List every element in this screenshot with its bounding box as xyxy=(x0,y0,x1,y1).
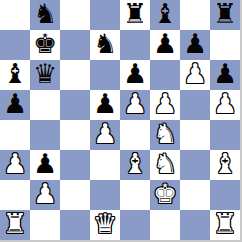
square-e1[interactable] xyxy=(120,210,150,240)
square-f7[interactable]: ♟ xyxy=(150,30,180,60)
white-rook-h1[interactable]: ♜ xyxy=(213,210,237,239)
square-f5[interactable]: ♟ xyxy=(150,90,180,120)
square-b3[interactable]: ♟ xyxy=(30,150,60,180)
square-h3[interactable]: ♝ xyxy=(210,150,240,180)
square-f8[interactable]: ♝ xyxy=(150,0,180,30)
square-f3[interactable]: ♞ xyxy=(150,150,180,180)
square-g1[interactable] xyxy=(180,210,210,240)
square-c6[interactable] xyxy=(60,60,90,90)
square-a5[interactable]: ♟ xyxy=(0,90,30,120)
square-d4[interactable]: ♟ xyxy=(90,120,120,150)
square-g2[interactable] xyxy=(180,180,210,210)
square-g5[interactable] xyxy=(180,90,210,120)
white-pawn-d4[interactable]: ♟ xyxy=(93,120,117,149)
square-h2[interactable] xyxy=(210,180,240,210)
white-queen-d1[interactable]: ♛ xyxy=(93,210,117,239)
square-h1[interactable]: ♜ xyxy=(210,210,240,240)
white-bishop-e3[interactable]: ♝ xyxy=(123,150,147,179)
square-a7[interactable] xyxy=(0,30,30,60)
white-pawn-f5[interactable]: ♟ xyxy=(153,90,177,119)
black-pawn-e6[interactable]: ♟ xyxy=(123,60,147,89)
white-king-f2[interactable]: ♚ xyxy=(153,180,177,209)
square-d8[interactable] xyxy=(90,0,120,30)
black-pawn-d5[interactable]: ♟ xyxy=(93,90,117,119)
square-b8[interactable]: ♞ xyxy=(30,0,60,30)
white-pawn-e5[interactable]: ♟ xyxy=(123,90,147,119)
black-knight-b8[interactable]: ♞ xyxy=(33,0,57,29)
square-a2[interactable] xyxy=(0,180,30,210)
square-b5[interactable] xyxy=(30,90,60,120)
square-f4[interactable]: ♞ xyxy=(150,120,180,150)
square-g4[interactable] xyxy=(180,120,210,150)
black-rook-h8[interactable]: ♜ xyxy=(213,0,237,29)
square-h8[interactable]: ♜ xyxy=(210,0,240,30)
black-pawn-f7[interactable]: ♟ xyxy=(153,30,177,59)
square-b6[interactable]: ♛ xyxy=(30,60,60,90)
square-b2[interactable]: ♟ xyxy=(30,180,60,210)
square-g7[interactable]: ♟ xyxy=(180,30,210,60)
chess-board: ♞♜♝♜♚♞♟♟♝♛♟♟♟♟♟♟♟♟♟♞♟♟♝♞♝♟♚♜♛♜ xyxy=(0,0,240,240)
square-a1[interactable]: ♜ xyxy=(0,210,30,240)
black-knight-d7[interactable]: ♞ xyxy=(93,30,117,59)
white-pawn-g6[interactable]: ♟ xyxy=(183,60,207,89)
white-rook-a1[interactable]: ♜ xyxy=(3,210,27,239)
white-bishop-h3[interactable]: ♝ xyxy=(213,150,237,179)
square-c2[interactable] xyxy=(60,180,90,210)
square-e5[interactable]: ♟ xyxy=(120,90,150,120)
square-a8[interactable] xyxy=(0,0,30,30)
white-pawn-h5[interactable]: ♟ xyxy=(213,90,237,119)
square-d5[interactable]: ♟ xyxy=(90,90,120,120)
square-e8[interactable]: ♜ xyxy=(120,0,150,30)
square-e7[interactable] xyxy=(120,30,150,60)
white-pawn-a3[interactable]: ♟ xyxy=(3,150,27,179)
white-knight-f4[interactable]: ♞ xyxy=(153,120,177,149)
black-pawn-b3[interactable]: ♟ xyxy=(33,150,57,179)
square-d7[interactable]: ♞ xyxy=(90,30,120,60)
black-rook-e8[interactable]: ♜ xyxy=(123,0,147,29)
square-a6[interactable]: ♝ xyxy=(0,60,30,90)
square-g3[interactable] xyxy=(180,150,210,180)
square-b7[interactable]: ♚ xyxy=(30,30,60,60)
square-e4[interactable] xyxy=(120,120,150,150)
black-bishop-f8[interactable]: ♝ xyxy=(153,0,177,29)
black-bishop-a6[interactable]: ♝ xyxy=(3,60,27,89)
square-h4[interactable] xyxy=(210,120,240,150)
square-d3[interactable] xyxy=(90,150,120,180)
black-pawn-h6[interactable]: ♟ xyxy=(213,60,237,89)
black-pawn-g7[interactable]: ♟ xyxy=(183,30,207,59)
white-knight-f3[interactable]: ♞ xyxy=(153,150,177,179)
square-e3[interactable]: ♝ xyxy=(120,150,150,180)
square-h5[interactable]: ♟ xyxy=(210,90,240,120)
square-f1[interactable] xyxy=(150,210,180,240)
square-b1[interactable] xyxy=(30,210,60,240)
square-f2[interactable]: ♚ xyxy=(150,180,180,210)
chess-board-frame: ♞♜♝♜♚♞♟♟♝♛♟♟♟♟♟♟♟♟♟♞♟♟♝♞♝♟♚♜♛♜ xyxy=(0,0,242,242)
square-g6[interactable]: ♟ xyxy=(180,60,210,90)
black-king-b7[interactable]: ♚ xyxy=(33,30,57,59)
square-d6[interactable] xyxy=(90,60,120,90)
square-e6[interactable]: ♟ xyxy=(120,60,150,90)
square-a3[interactable]: ♟ xyxy=(0,150,30,180)
white-pawn-b2[interactable]: ♟ xyxy=(33,180,57,209)
square-h7[interactable] xyxy=(210,30,240,60)
square-d2[interactable] xyxy=(90,180,120,210)
square-e2[interactable] xyxy=(120,180,150,210)
square-c3[interactable] xyxy=(60,150,90,180)
square-c5[interactable] xyxy=(60,90,90,120)
square-b4[interactable] xyxy=(30,120,60,150)
square-a4[interactable] xyxy=(0,120,30,150)
square-c8[interactable] xyxy=(60,0,90,30)
square-h6[interactable]: ♟ xyxy=(210,60,240,90)
black-pawn-a5[interactable]: ♟ xyxy=(3,90,27,119)
square-c1[interactable] xyxy=(60,210,90,240)
square-d1[interactable]: ♛ xyxy=(90,210,120,240)
black-queen-b6[interactable]: ♛ xyxy=(33,60,57,89)
square-c7[interactable] xyxy=(60,30,90,60)
square-f6[interactable] xyxy=(150,60,180,90)
square-g8[interactable] xyxy=(180,0,210,30)
square-c4[interactable] xyxy=(60,120,90,150)
